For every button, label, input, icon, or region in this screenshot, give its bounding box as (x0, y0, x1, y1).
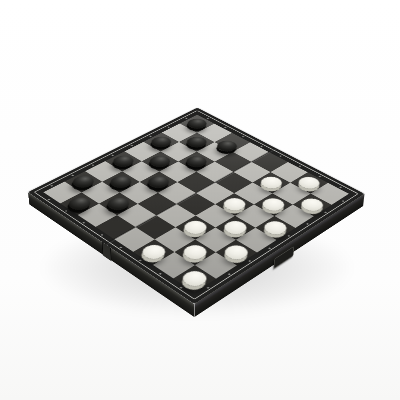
white-checker-r7c7[interactable] (179, 242, 211, 262)
piece-cell-r8c6 (133, 239, 174, 265)
white-checker-r5c7[interactable] (220, 218, 251, 237)
square-r7c3-dark[interactable] (99, 193, 138, 216)
margin-dot (339, 186, 342, 188)
square-r8c2-dark[interactable] (60, 192, 99, 215)
square-r8c3-light[interactable] (78, 204, 117, 227)
square-r5c8-light[interactable] (236, 228, 277, 253)
square-r8c8-dark[interactable] (173, 265, 216, 292)
margin-dot (139, 259, 142, 261)
piece-cell-r7c3 (99, 193, 138, 216)
playing-field (43, 115, 348, 293)
margin-dot (65, 210, 68, 212)
margin-dot (306, 223, 309, 225)
white-checker-r3c7[interactable] (258, 196, 288, 214)
square-r3c8-light[interactable] (274, 205, 313, 228)
board-scene (0, 0, 400, 400)
margin-dot (299, 165, 302, 167)
black-checker-r7c3[interactable] (103, 195, 133, 213)
piece-cell-r5c7 (215, 216, 255, 240)
margin-dot (260, 145, 263, 146)
square-r6c5-light[interactable] (156, 204, 195, 227)
piece-cell-r2c8 (293, 194, 332, 217)
piece-cell-r5c8 (236, 228, 277, 253)
margin-dot (82, 222, 85, 224)
piece-cell-r8c8 (173, 265, 216, 292)
checkers-board-case (28, 108, 365, 304)
square-r8c6-dark[interactable] (133, 239, 174, 265)
square-r7c5-dark[interactable] (136, 215, 176, 239)
piece-cell-r8c7 (153, 252, 195, 278)
piece-cell-r8c2 (60, 192, 99, 215)
margin-dot (319, 175, 322, 177)
white-checker-r4c8[interactable] (260, 219, 291, 238)
piece-cell-r6c5 (156, 204, 195, 227)
margin-dot (179, 286, 182, 288)
square-r6c7-light[interactable] (195, 227, 236, 252)
margin-dot (248, 260, 251, 262)
margin-dot (207, 117, 210, 118)
black-checker-r8c2[interactable] (65, 195, 95, 213)
margin-dot (159, 272, 162, 274)
piece-cell-r6c8 (216, 240, 257, 266)
square-r6c6-dark[interactable] (175, 216, 215, 240)
margin-dot (207, 286, 210, 288)
piece-cell-r6c7 (195, 227, 236, 252)
margin-dot (48, 198, 51, 200)
piece-cell-r4c6 (215, 193, 254, 216)
piece-cell-r4c8 (255, 216, 295, 240)
square-r5c5-dark[interactable] (176, 193, 215, 216)
white-checker-r4c6[interactable] (219, 196, 249, 214)
photo-background (0, 0, 400, 400)
piece-cell-r7c8 (195, 252, 237, 278)
piece-cell-r6c4 (138, 193, 177, 216)
piece-cell-r7c6 (155, 227, 196, 252)
piece-cell-r7c4 (117, 204, 156, 227)
fold-hinge (101, 241, 111, 262)
piece-cell-r6c6 (175, 216, 215, 240)
piece-cell-r8c5 (114, 227, 155, 252)
piece-cell-r5c6 (196, 204, 235, 227)
white-checker-r6c8[interactable] (220, 243, 252, 263)
white-checker-r8c8[interactable] (178, 268, 211, 289)
margin-dot (100, 234, 103, 236)
white-checker-r2c8[interactable] (297, 196, 327, 214)
margin-dot (224, 126, 227, 127)
pieces-layer (43, 115, 348, 293)
square-r2c8-dark[interactable] (293, 194, 332, 217)
piece-cell-r7c7 (174, 240, 215, 266)
square-r5c6-light[interactable] (196, 204, 235, 227)
closure-clasp[interactable] (274, 246, 294, 269)
margin-dot (324, 211, 327, 213)
margin-dot (119, 246, 122, 248)
piece-cell-r4c7 (235, 204, 274, 227)
margin-dot (279, 155, 282, 156)
square-r4c6-dark[interactable] (215, 193, 254, 216)
margin-dot (342, 200, 345, 202)
square-r8c4-dark[interactable] (96, 215, 136, 239)
margin-dot (228, 273, 231, 275)
square-r5c7-dark[interactable] (215, 216, 255, 240)
margin-dot (268, 247, 271, 249)
square-r8c5-light[interactable] (114, 227, 155, 252)
piece-cell-r8c3 (78, 204, 117, 227)
square-r7c4-light[interactable] (117, 204, 156, 227)
square-r6c8-dark[interactable] (216, 240, 257, 266)
white-checker-r6c6[interactable] (180, 218, 211, 237)
piece-cell-r5c5 (176, 193, 215, 216)
piece-cell-r3c8 (274, 205, 313, 228)
square-r7c7-dark[interactable] (174, 240, 215, 266)
white-checker-r8c6[interactable] (138, 242, 170, 262)
margin-dot (287, 235, 290, 237)
square-r3c7-dark[interactable] (254, 193, 293, 216)
square-r7c6-light[interactable] (155, 227, 196, 252)
piece-cell-r8c4 (96, 215, 136, 239)
piece-cell-r7c5 (136, 215, 176, 239)
piece-cell-r3c7 (254, 193, 293, 216)
square-r6c4-dark[interactable] (138, 193, 177, 216)
square-r4c7-light[interactable] (235, 204, 274, 227)
square-r7c8-light[interactable] (195, 252, 237, 278)
margin-dot (242, 136, 245, 137)
square-r4c8-dark[interactable] (255, 216, 295, 240)
square-r8c7-light[interactable] (153, 252, 195, 278)
